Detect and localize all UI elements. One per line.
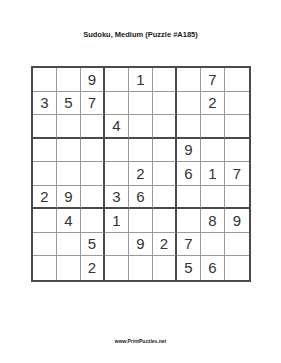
cell-r3c9 xyxy=(225,115,249,139)
cell-r7c1 xyxy=(33,209,57,233)
cell-r9c2 xyxy=(57,256,81,280)
cell-r4c1 xyxy=(33,139,57,163)
cell-r9c5 xyxy=(129,256,153,280)
cell-r7c3 xyxy=(81,209,105,233)
cell-r9c9 xyxy=(225,256,249,280)
cell-r9c7: 5 xyxy=(177,256,201,280)
cell-r1c7 xyxy=(177,68,201,92)
cell-r1c1 xyxy=(33,68,57,92)
cell-r4c8 xyxy=(201,139,225,163)
cell-r8c7: 7 xyxy=(177,233,201,257)
cell-r6c8 xyxy=(201,186,225,210)
cell-r8c5: 9 xyxy=(129,233,153,257)
cell-r8c2 xyxy=(57,233,81,257)
cell-r7c6 xyxy=(153,209,177,233)
cell-r5c1 xyxy=(33,162,57,186)
cell-r2c2: 5 xyxy=(57,92,81,116)
cell-r7c5 xyxy=(129,209,153,233)
cell-r7c7 xyxy=(177,209,201,233)
cell-r5c3 xyxy=(81,162,105,186)
cell-r4c3 xyxy=(81,139,105,163)
cell-r1c9 xyxy=(225,68,249,92)
cell-r5c8: 1 xyxy=(201,162,225,186)
cell-r6c6 xyxy=(153,186,177,210)
cell-r2c4 xyxy=(105,92,129,116)
cell-r6c1: 2 xyxy=(33,186,57,210)
cell-r1c3: 9 xyxy=(81,68,105,92)
cell-r3c7 xyxy=(177,115,201,139)
page-title: Sudoku, Medium (Puzzle #A185) xyxy=(0,30,281,39)
cell-r4c5 xyxy=(129,139,153,163)
footer-url: www.PrintPuzzles.net xyxy=(0,338,281,344)
cell-r5c5: 2 xyxy=(129,162,153,186)
cell-r5c2 xyxy=(57,162,81,186)
cell-r3c6 xyxy=(153,115,177,139)
cell-r8c1 xyxy=(33,233,57,257)
cell-r8c4 xyxy=(105,233,129,257)
cell-r4c4 xyxy=(105,139,129,163)
cell-r6c2: 9 xyxy=(57,186,81,210)
cell-r3c2 xyxy=(57,115,81,139)
cell-r2c9 xyxy=(225,92,249,116)
cell-r2c1: 3 xyxy=(33,92,57,116)
cell-r5c7: 6 xyxy=(177,162,201,186)
cell-r3c8 xyxy=(201,115,225,139)
cell-r8c8 xyxy=(201,233,225,257)
cell-r6c3 xyxy=(81,186,105,210)
cell-r1c2 xyxy=(57,68,81,92)
cell-r4c7: 9 xyxy=(177,139,201,163)
cell-r8c3: 5 xyxy=(81,233,105,257)
cell-r9c3: 2 xyxy=(81,256,105,280)
cell-r9c8: 6 xyxy=(201,256,225,280)
cell-r1c8: 7 xyxy=(201,68,225,92)
cell-r2c8: 2 xyxy=(201,92,225,116)
cell-r5c6 xyxy=(153,162,177,186)
cell-r7c4: 1 xyxy=(105,209,129,233)
cell-r7c8: 8 xyxy=(201,209,225,233)
cell-r4c9 xyxy=(225,139,249,163)
cell-r9c1 xyxy=(33,256,57,280)
cell-r2c6 xyxy=(153,92,177,116)
cell-r3c5 xyxy=(129,115,153,139)
cell-r9c6 xyxy=(153,256,177,280)
cell-r5c9: 7 xyxy=(225,162,249,186)
cell-r6c5: 6 xyxy=(129,186,153,210)
cell-r4c6 xyxy=(153,139,177,163)
cell-r1c5: 1 xyxy=(129,68,153,92)
cell-r2c3: 7 xyxy=(81,92,105,116)
cell-r1c6 xyxy=(153,68,177,92)
cell-r1c4 xyxy=(105,68,129,92)
cell-r8c6: 2 xyxy=(153,233,177,257)
cell-r7c9: 9 xyxy=(225,209,249,233)
cell-r9c4 xyxy=(105,256,129,280)
cell-r2c7 xyxy=(177,92,201,116)
cell-r6c9 xyxy=(225,186,249,210)
cell-r3c1 xyxy=(33,115,57,139)
cell-r6c7 xyxy=(177,186,201,210)
cell-r2c5 xyxy=(129,92,153,116)
cell-r6c4: 3 xyxy=(105,186,129,210)
sudoku-page: Sudoku, Medium (Puzzle #A185) 9173572492… xyxy=(0,0,281,363)
cell-r3c3 xyxy=(81,115,105,139)
cell-r8c9 xyxy=(225,233,249,257)
sudoku-board: 9173572492617293641895927256 xyxy=(31,66,251,282)
cell-r7c2: 4 xyxy=(57,209,81,233)
cell-r4c2 xyxy=(57,139,81,163)
cell-r5c4 xyxy=(105,162,129,186)
cell-r3c4: 4 xyxy=(105,115,129,139)
